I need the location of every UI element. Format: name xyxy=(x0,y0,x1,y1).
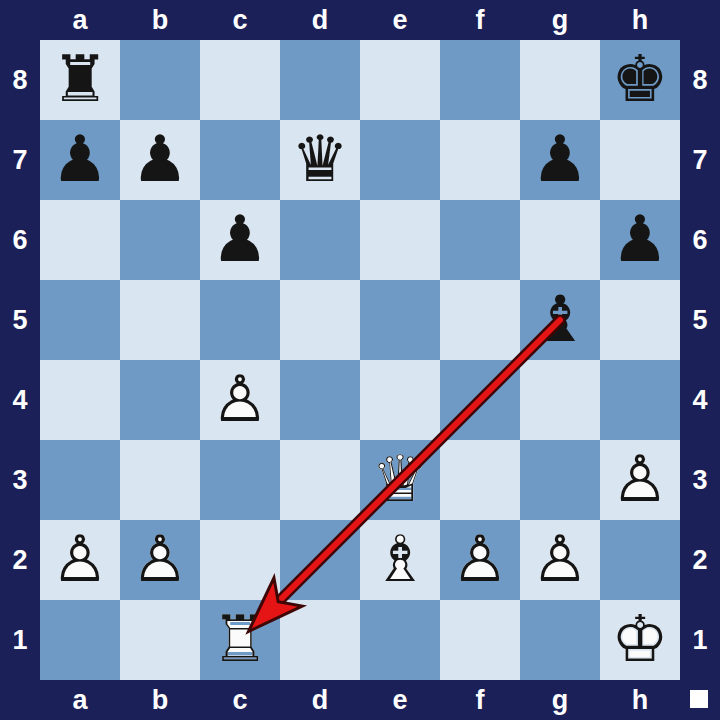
file-label-d: d xyxy=(280,0,360,40)
square-d1[interactable] xyxy=(280,600,360,680)
square-a5[interactable] xyxy=(40,280,120,360)
piece-outline: ♙ xyxy=(40,520,120,600)
piece-outline: ♙ xyxy=(440,520,520,600)
square-f5[interactable] xyxy=(440,280,520,360)
file-labels-top: abcdefgh xyxy=(40,0,680,40)
piece-outline: ♙ xyxy=(520,520,600,600)
square-h2[interactable] xyxy=(600,520,680,600)
rank-label-4: 4 xyxy=(680,360,720,440)
square-c7[interactable] xyxy=(200,120,280,200)
square-e8[interactable] xyxy=(360,40,440,120)
black-rook-a8: ♜ xyxy=(40,40,120,120)
file-label-a: a xyxy=(40,680,120,720)
square-h8[interactable]: ♚ xyxy=(600,40,680,120)
black-pawn-g7: ♟ xyxy=(520,120,600,200)
white-rook-c1: ♜♖ xyxy=(200,600,280,680)
square-c8[interactable] xyxy=(200,40,280,120)
rank-label-2: 2 xyxy=(0,520,40,600)
square-f7[interactable] xyxy=(440,120,520,200)
square-c3[interactable] xyxy=(200,440,280,520)
square-h5[interactable] xyxy=(600,280,680,360)
file-label-e: e xyxy=(360,0,440,40)
square-b3[interactable] xyxy=(120,440,200,520)
square-a1[interactable] xyxy=(40,600,120,680)
file-label-g: g xyxy=(520,680,600,720)
square-f8[interactable] xyxy=(440,40,520,120)
rank-label-6: 6 xyxy=(0,200,40,280)
square-f4[interactable] xyxy=(440,360,520,440)
file-label-g: g xyxy=(520,0,600,40)
white-bishop-e2: ♝♗ xyxy=(360,520,440,600)
square-c2[interactable] xyxy=(200,520,280,600)
square-g1[interactable] xyxy=(520,600,600,680)
square-a3[interactable] xyxy=(40,440,120,520)
square-c6[interactable]: ♟ xyxy=(200,200,280,280)
black-bishop-g5: ♝ xyxy=(520,280,600,360)
square-e2[interactable]: ♝♗ xyxy=(360,520,440,600)
square-e6[interactable] xyxy=(360,200,440,280)
square-g3[interactable] xyxy=(520,440,600,520)
file-label-f: f xyxy=(440,680,520,720)
square-e4[interactable] xyxy=(360,360,440,440)
black-king-h8: ♚ xyxy=(600,40,680,120)
square-h6[interactable]: ♟ xyxy=(600,200,680,280)
file-label-b: b xyxy=(120,0,200,40)
square-c5[interactable] xyxy=(200,280,280,360)
white-to-move-indicator xyxy=(690,690,708,708)
rank-label-3: 3 xyxy=(0,440,40,520)
square-d7[interactable]: ♛ xyxy=(280,120,360,200)
square-b2[interactable]: ♟♙ xyxy=(120,520,200,600)
square-a2[interactable]: ♟♙ xyxy=(40,520,120,600)
square-a6[interactable] xyxy=(40,200,120,280)
square-b6[interactable] xyxy=(120,200,200,280)
square-h7[interactable] xyxy=(600,120,680,200)
file-label-f: f xyxy=(440,0,520,40)
square-f1[interactable] xyxy=(440,600,520,680)
square-c4[interactable]: ♟♙ xyxy=(200,360,280,440)
rank-label-3: 3 xyxy=(680,440,720,520)
black-pawn-c6: ♟ xyxy=(200,200,280,280)
square-g4[interactable] xyxy=(520,360,600,440)
white-pawn-f2: ♟♙ xyxy=(440,520,520,600)
square-d3[interactable] xyxy=(280,440,360,520)
rank-label-1: 1 xyxy=(680,600,720,680)
square-d4[interactable] xyxy=(280,360,360,440)
square-h3[interactable]: ♟♙ xyxy=(600,440,680,520)
piece-outline: ♙ xyxy=(120,520,200,600)
file-label-d: d xyxy=(280,680,360,720)
square-g5[interactable]: ♝ xyxy=(520,280,600,360)
rank-labels-right: 87654321 xyxy=(680,40,720,680)
rank-label-5: 5 xyxy=(0,280,40,360)
square-b4[interactable] xyxy=(120,360,200,440)
white-pawn-b2: ♟♙ xyxy=(120,520,200,600)
square-g2[interactable]: ♟♙ xyxy=(520,520,600,600)
rank-label-4: 4 xyxy=(0,360,40,440)
rank-label-5: 5 xyxy=(680,280,720,360)
piece-outline: ♔ xyxy=(600,600,680,680)
white-king-h1: ♚♔ xyxy=(600,600,680,680)
rank-label-2: 2 xyxy=(680,520,720,600)
file-label-c: c xyxy=(200,680,280,720)
white-pawn-g2: ♟♙ xyxy=(520,520,600,600)
piece-outline: ♙ xyxy=(600,440,680,520)
file-label-h: h xyxy=(600,680,680,720)
square-g7[interactable]: ♟ xyxy=(520,120,600,200)
square-d6[interactable] xyxy=(280,200,360,280)
white-queen-e3: ♛♕ xyxy=(360,440,440,520)
square-a7[interactable]: ♟ xyxy=(40,120,120,200)
rank-label-8: 8 xyxy=(0,40,40,120)
file-label-a: a xyxy=(40,0,120,40)
file-label-b: b xyxy=(120,680,200,720)
rank-label-7: 7 xyxy=(0,120,40,200)
black-pawn-a7: ♟ xyxy=(40,120,120,200)
square-g6[interactable] xyxy=(520,200,600,280)
square-f6[interactable] xyxy=(440,200,520,280)
rank-label-8: 8 xyxy=(680,40,720,120)
file-label-h: h xyxy=(600,0,680,40)
square-b8[interactable] xyxy=(120,40,200,120)
square-h4[interactable] xyxy=(600,360,680,440)
rank-label-1: 1 xyxy=(0,600,40,680)
file-label-c: c xyxy=(200,0,280,40)
square-e5[interactable] xyxy=(360,280,440,360)
piece-outline: ♖ xyxy=(200,600,280,680)
rank-labels-left: 87654321 xyxy=(0,40,40,680)
piece-outline: ♗ xyxy=(360,520,440,600)
file-label-e: e xyxy=(360,680,440,720)
square-d5[interactable] xyxy=(280,280,360,360)
square-d8[interactable] xyxy=(280,40,360,120)
chess-board: ♜♚♟♟♛♟♟♟♝♟♙♛♕♟♙♟♙♟♙♝♗♟♙♟♙♜♖♚♔ xyxy=(40,40,680,680)
black-queen-d7: ♛ xyxy=(280,120,360,200)
black-pawn-b7: ♟ xyxy=(120,120,200,200)
square-b1[interactable] xyxy=(120,600,200,680)
square-f3[interactable] xyxy=(440,440,520,520)
chessboard-frame: abcdefgh abcdefgh 87654321 87654321 ♜♚♟♟… xyxy=(0,0,720,720)
square-b5[interactable] xyxy=(120,280,200,360)
square-e3[interactable]: ♛♕ xyxy=(360,440,440,520)
square-g8[interactable] xyxy=(520,40,600,120)
file-labels-bottom: abcdefgh xyxy=(40,680,680,720)
white-pawn-h3: ♟♙ xyxy=(600,440,680,520)
white-pawn-a2: ♟♙ xyxy=(40,520,120,600)
square-a8[interactable]: ♜ xyxy=(40,40,120,120)
square-c1[interactable]: ♜♖ xyxy=(200,600,280,680)
square-e7[interactable] xyxy=(360,120,440,200)
piece-outline: ♕ xyxy=(360,440,440,520)
black-pawn-h6: ♟ xyxy=(600,200,680,280)
square-b7[interactable]: ♟ xyxy=(120,120,200,200)
square-e1[interactable] xyxy=(360,600,440,680)
square-h1[interactable]: ♚♔ xyxy=(600,600,680,680)
white-pawn-c4: ♟♙ xyxy=(200,360,280,440)
piece-outline: ♙ xyxy=(200,360,280,440)
rank-label-6: 6 xyxy=(680,200,720,280)
square-d2[interactable] xyxy=(280,520,360,600)
square-a4[interactable] xyxy=(40,360,120,440)
square-f2[interactable]: ♟♙ xyxy=(440,520,520,600)
rank-label-7: 7 xyxy=(680,120,720,200)
